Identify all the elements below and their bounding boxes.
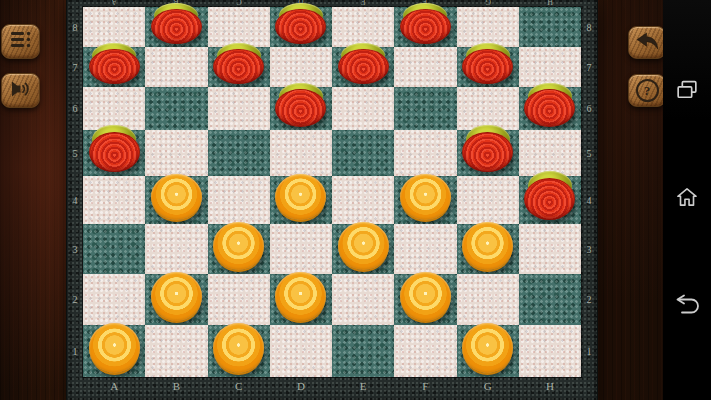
- orange-piece-b2[interactable]: [151, 269, 202, 321]
- recents-button[interactable]: [663, 72, 711, 112]
- orange-piece-d2[interactable]: [275, 269, 326, 321]
- square-b7[interactable]: [145, 47, 207, 87]
- square-a5[interactable]: [83, 130, 145, 176]
- back-button[interactable]: [663, 286, 711, 326]
- game-screen: ABCDEFGH ABCDEFGH 87654321 87654321: [0, 0, 711, 400]
- question-mark-icon: ?: [636, 79, 659, 102]
- menu-list-icon: [8, 28, 34, 56]
- orange-piece-b4[interactable]: [151, 171, 202, 220]
- red-piece-b8[interactable]: [151, 3, 202, 44]
- red-piece-d8[interactable]: [275, 3, 326, 44]
- square-a6[interactable]: [83, 87, 145, 130]
- square-e8[interactable]: [332, 7, 394, 47]
- orange-piece-g3[interactable]: [462, 219, 513, 270]
- orange-piece-c1[interactable]: [213, 320, 264, 373]
- square-d3[interactable]: [270, 224, 332, 274]
- square-f1[interactable]: [394, 325, 456, 377]
- rank-label-left-7: 7: [67, 47, 83, 87]
- rank-label-right-5: 5: [581, 130, 597, 176]
- square-c1[interactable]: [208, 325, 270, 377]
- orange-piece-g1[interactable]: [462, 320, 513, 373]
- rank-label-left-2: 2: [67, 274, 83, 325]
- rank-label-right-2: 2: [581, 274, 597, 325]
- square-a1[interactable]: [83, 325, 145, 377]
- square-f5[interactable]: [394, 130, 456, 176]
- file-label-bottom-h: H: [519, 377, 581, 400]
- square-g3[interactable]: [457, 224, 519, 274]
- file-label-bottom-g: G: [457, 377, 519, 400]
- square-a7[interactable]: [83, 47, 145, 87]
- orange-piece-c3[interactable]: [213, 219, 264, 270]
- file-label-top-h: H: [519, 0, 581, 7]
- square-g6[interactable]: [457, 87, 519, 130]
- file-label-bottom-e: E: [332, 377, 394, 400]
- file-label-top-a: A: [83, 0, 145, 7]
- rank-label-right-4: 4: [581, 176, 597, 224]
- square-a2[interactable]: [83, 274, 145, 325]
- square-h8[interactable]: [519, 7, 581, 47]
- rank-label-left-6: 6: [67, 87, 83, 130]
- undo-arrow-icon: [633, 29, 661, 57]
- red-piece-f8[interactable]: [400, 3, 451, 44]
- square-e1[interactable]: [332, 325, 394, 377]
- square-b1[interactable]: [145, 325, 207, 377]
- square-c8[interactable]: [208, 7, 270, 47]
- square-f6[interactable]: [394, 87, 456, 130]
- square-e7[interactable]: [332, 47, 394, 87]
- file-label-bottom-d: D: [270, 377, 332, 400]
- square-e2[interactable]: [332, 274, 394, 325]
- square-b8[interactable]: [145, 7, 207, 47]
- square-d4[interactable]: [270, 176, 332, 224]
- red-piece-g5[interactable]: [462, 125, 513, 172]
- square-f2[interactable]: [394, 274, 456, 325]
- square-c6[interactable]: [208, 87, 270, 130]
- orange-piece-a1[interactable]: [89, 320, 140, 373]
- file-label-bottom-f: F: [394, 377, 456, 400]
- square-c2[interactable]: [208, 274, 270, 325]
- square-b2[interactable]: [145, 274, 207, 325]
- red-piece-c7[interactable]: [213, 43, 264, 84]
- rank-label-left-3: 3: [67, 224, 83, 274]
- red-piece-e7[interactable]: [338, 43, 389, 84]
- square-g2[interactable]: [457, 274, 519, 325]
- file-label-bottom-c: C: [208, 377, 270, 400]
- square-d2[interactable]: [270, 274, 332, 325]
- rank-label-left-1: 1: [67, 325, 83, 377]
- square-c4[interactable]: [208, 176, 270, 224]
- undo-button[interactable]: [628, 26, 666, 59]
- rank-labels-right: 87654321: [581, 7, 597, 377]
- board-squares: [83, 7, 581, 377]
- file-label-bottom-b: B: [145, 377, 207, 400]
- square-f4[interactable]: [394, 176, 456, 224]
- square-b4[interactable]: [145, 176, 207, 224]
- red-piece-g7[interactable]: [462, 43, 513, 84]
- file-labels-bottom: ABCDEFGH: [83, 377, 581, 400]
- help-button[interactable]: ?: [628, 74, 666, 107]
- square-h3[interactable]: [519, 224, 581, 274]
- square-c3[interactable]: [208, 224, 270, 274]
- recents-icon: [674, 77, 700, 107]
- square-c5[interactable]: [208, 130, 270, 176]
- orange-piece-f4[interactable]: [400, 171, 451, 220]
- rank-label-right-8: 8: [581, 7, 597, 47]
- file-label-top-c: C: [208, 0, 270, 7]
- square-b6[interactable]: [145, 87, 207, 130]
- red-piece-a7[interactable]: [89, 43, 140, 84]
- square-d1[interactable]: [270, 325, 332, 377]
- home-button[interactable]: [663, 180, 711, 220]
- square-d5[interactable]: [270, 130, 332, 176]
- speaker-icon: [9, 77, 33, 105]
- rank-label-right-3: 3: [581, 224, 597, 274]
- red-piece-a5[interactable]: [89, 125, 140, 172]
- square-g1[interactable]: [457, 325, 519, 377]
- rank-label-left-5: 5: [67, 130, 83, 176]
- checkers-board: ABCDEFGH ABCDEFGH 87654321 87654321: [66, 0, 598, 400]
- rank-label-left-4: 4: [67, 176, 83, 224]
- red-piece-d6[interactable]: [275, 83, 326, 127]
- square-e4[interactable]: [332, 176, 394, 224]
- red-piece-h4[interactable]: [524, 171, 575, 220]
- square-b3[interactable]: [145, 224, 207, 274]
- square-a4[interactable]: [83, 176, 145, 224]
- question-mark-glyph: ?: [644, 83, 651, 99]
- square-g8[interactable]: [457, 7, 519, 47]
- rank-label-right-7: 7: [581, 47, 597, 87]
- square-g5[interactable]: [457, 130, 519, 176]
- square-a8[interactable]: [83, 7, 145, 47]
- square-f8[interactable]: [394, 7, 456, 47]
- rank-label-right-6: 6: [581, 87, 597, 130]
- file-label-bottom-a: A: [83, 377, 145, 400]
- square-a3[interactable]: [83, 224, 145, 274]
- square-h6[interactable]: [519, 87, 581, 130]
- square-h2[interactable]: [519, 274, 581, 325]
- square-d8[interactable]: [270, 7, 332, 47]
- square-c7[interactable]: [208, 47, 270, 87]
- square-h7[interactable]: [519, 47, 581, 87]
- square-g4[interactable]: [457, 176, 519, 224]
- square-d7[interactable]: [270, 47, 332, 87]
- square-f3[interactable]: [394, 224, 456, 274]
- square-d6[interactable]: [270, 87, 332, 130]
- rank-label-right-1: 1: [581, 325, 597, 377]
- rank-labels-left: 87654321: [67, 7, 83, 377]
- square-e5[interactable]: [332, 130, 394, 176]
- sound-button[interactable]: [1, 73, 40, 108]
- menu-button[interactable]: [1, 24, 40, 59]
- square-h4[interactable]: [519, 176, 581, 224]
- square-h5[interactable]: [519, 130, 581, 176]
- square-e6[interactable]: [332, 87, 394, 130]
- home-icon: [674, 185, 700, 215]
- rank-label-left-8: 8: [67, 7, 83, 47]
- file-label-top-g: G: [457, 0, 519, 7]
- file-label-top-e: E: [332, 0, 394, 7]
- square-h1[interactable]: [519, 325, 581, 377]
- square-f7[interactable]: [394, 47, 456, 87]
- square-b5[interactable]: [145, 130, 207, 176]
- android-navbar: [663, 0, 711, 400]
- orange-piece-e3[interactable]: [338, 219, 389, 270]
- back-arrow-icon: [673, 290, 701, 322]
- square-e3[interactable]: [332, 224, 394, 274]
- orange-piece-d4[interactable]: [275, 171, 326, 220]
- red-piece-h6[interactable]: [524, 83, 575, 127]
- orange-piece-f2[interactable]: [400, 269, 451, 321]
- square-g7[interactable]: [457, 47, 519, 87]
